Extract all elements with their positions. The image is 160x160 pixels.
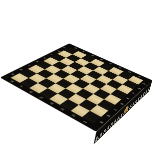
scene: abcdefgh abcdefgh 87654321 87654321 ♜♞♝♛…: [0, 0, 160, 160]
piece-black-pawn: ♟: [36, 69, 45, 80]
piece-black-pawn: ♟: [44, 65, 53, 76]
product-photo: abcdefgh abcdefgh 87654321 87654321 ♜♞♝♛…: [0, 0, 160, 160]
piece-white-pawn: ♟: [79, 101, 89, 114]
piece-black-pawn: ♟: [27, 73, 37, 85]
chess-board: abcdefgh abcdefgh 87654321 87654321 ♜♞♝♛…: [0, 43, 152, 131]
piece-white-rook: ♜: [90, 103, 102, 120]
